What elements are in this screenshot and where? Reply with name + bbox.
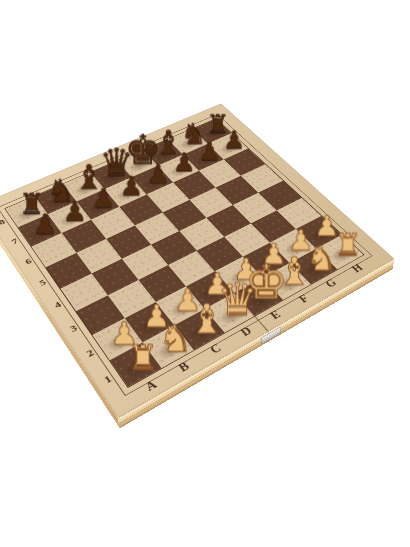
piece-white-rook: ♜ xyxy=(116,341,170,374)
squares-grid: ♜♞♝♛♚♝♞♜♟♟♟♟♟♟♟♟♟♟♟♟♟♟♟♟♜♞♝♛♚♝♞♜ xyxy=(5,119,363,387)
chess-board: ♜♞♝♛♚♝♞♜♟♟♟♟♟♟♟♟♟♟♟♟♟♟♟♟♜♞♝♛♚♝♞♜ ABCDEFG… xyxy=(0,103,394,418)
piece-black-pawn: ♟ xyxy=(22,211,68,237)
scene: ♜♞♝♛♚♝♞♜♟♟♟♟♟♟♟♟♟♟♟♟♟♟♟♟♜♞♝♛♚♝♞♜ ABCDEFG… xyxy=(0,0,410,547)
photo-canvas: ♜♞♝♛♚♝♞♜♟♟♟♟♟♟♟♟♟♟♟♟♟♟♟♟♜♞♝♛♚♝♞♜ ABCDEFG… xyxy=(0,0,410,547)
